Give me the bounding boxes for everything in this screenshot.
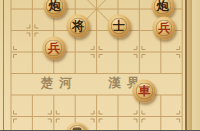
black-general[interactable]: 将: [67, 15, 90, 38]
red-soldier[interactable]: 兵: [42, 37, 65, 60]
piece-character: 兵: [158, 22, 170, 34]
board-right-margin: [192, 0, 200, 130]
piece-character: 炮: [157, 0, 169, 12]
piece-face: 車: [135, 82, 153, 100]
black-advisor[interactable]: 士: [108, 15, 131, 38]
clipped-character-hint: [73, 128, 82, 131]
piece-character: 車: [138, 85, 150, 97]
piece-character: 将: [72, 20, 84, 32]
xiangqi-board[interactable]: 楚河 漢界 炮炮将士兵兵車: [0, 0, 200, 130]
piece-face: 将: [69, 17, 87, 35]
piece-face: 炮: [46, 0, 64, 15]
red-chariot[interactable]: 車: [133, 80, 156, 103]
red-soldier[interactable]: 兵: [153, 17, 176, 40]
piece-face: 兵: [45, 39, 63, 57]
piece-character: 士: [113, 20, 125, 32]
river-label-chu: 楚河: [41, 75, 78, 91]
piece-character: 炮: [49, 0, 61, 12]
piece-character: 兵: [48, 42, 60, 54]
piece-face: 士: [110, 17, 128, 35]
piece-face: 兵: [155, 19, 173, 37]
piece-face: 炮: [154, 0, 172, 15]
